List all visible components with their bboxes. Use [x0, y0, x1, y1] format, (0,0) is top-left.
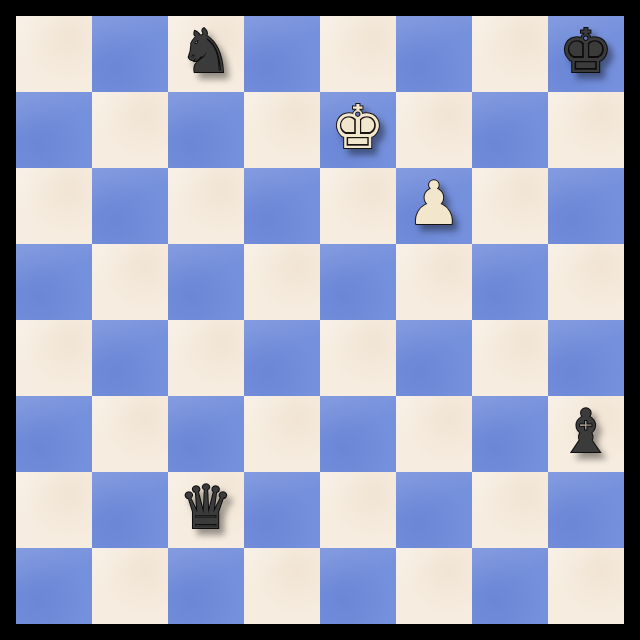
piece-black-king[interactable]: ♚: [559, 21, 613, 81]
square-d6[interactable]: [244, 168, 320, 244]
square-b1[interactable]: [92, 548, 168, 624]
square-c2[interactable]: ♛: [168, 472, 244, 548]
square-d4[interactable]: [244, 320, 320, 396]
square-g2[interactable]: [472, 472, 548, 548]
square-b6[interactable]: [92, 168, 168, 244]
chess-board: ♞♚♚♟♝♛: [16, 16, 624, 624]
square-a3[interactable]: [16, 396, 92, 472]
square-b2[interactable]: [92, 472, 168, 548]
square-h5[interactable]: [548, 244, 624, 320]
square-f6[interactable]: ♟: [396, 168, 472, 244]
square-h1[interactable]: [548, 548, 624, 624]
square-g5[interactable]: [472, 244, 548, 320]
piece-black-bishop[interactable]: ♝: [559, 401, 613, 461]
square-d1[interactable]: [244, 548, 320, 624]
square-b3[interactable]: [92, 396, 168, 472]
square-a1[interactable]: [16, 548, 92, 624]
square-f2[interactable]: [396, 472, 472, 548]
piece-black-queen[interactable]: ♛: [179, 477, 233, 537]
square-h4[interactable]: [548, 320, 624, 396]
square-e5[interactable]: [320, 244, 396, 320]
square-h8[interactable]: ♚: [548, 16, 624, 92]
square-h2[interactable]: [548, 472, 624, 548]
square-e6[interactable]: [320, 168, 396, 244]
square-g4[interactable]: [472, 320, 548, 396]
square-e4[interactable]: [320, 320, 396, 396]
square-g1[interactable]: [472, 548, 548, 624]
square-g3[interactable]: [472, 396, 548, 472]
square-a4[interactable]: [16, 320, 92, 396]
square-a5[interactable]: [16, 244, 92, 320]
board-frame: ♞♚♚♟♝♛: [0, 0, 640, 640]
square-e3[interactable]: [320, 396, 396, 472]
square-c4[interactable]: [168, 320, 244, 396]
square-d5[interactable]: [244, 244, 320, 320]
square-b5[interactable]: [92, 244, 168, 320]
square-e2[interactable]: [320, 472, 396, 548]
square-e1[interactable]: [320, 548, 396, 624]
piece-white-pawn[interactable]: ♟: [407, 173, 461, 233]
square-e8[interactable]: [320, 16, 396, 92]
square-h6[interactable]: [548, 168, 624, 244]
square-f5[interactable]: [396, 244, 472, 320]
square-e7[interactable]: ♚: [320, 92, 396, 168]
square-c5[interactable]: [168, 244, 244, 320]
square-b7[interactable]: [92, 92, 168, 168]
square-c1[interactable]: [168, 548, 244, 624]
square-d3[interactable]: [244, 396, 320, 472]
square-a6[interactable]: [16, 168, 92, 244]
square-g6[interactable]: [472, 168, 548, 244]
square-f3[interactable]: [396, 396, 472, 472]
square-a2[interactable]: [16, 472, 92, 548]
square-a8[interactable]: [16, 16, 92, 92]
square-f4[interactable]: [396, 320, 472, 396]
square-c3[interactable]: [168, 396, 244, 472]
square-d8[interactable]: [244, 16, 320, 92]
square-d7[interactable]: [244, 92, 320, 168]
square-c8[interactable]: ♞: [168, 16, 244, 92]
square-b8[interactable]: [92, 16, 168, 92]
piece-black-knight[interactable]: ♞: [179, 21, 233, 81]
square-f8[interactable]: [396, 16, 472, 92]
square-d2[interactable]: [244, 472, 320, 548]
piece-white-king[interactable]: ♚: [331, 97, 385, 157]
square-a7[interactable]: [16, 92, 92, 168]
square-h3[interactable]: ♝: [548, 396, 624, 472]
square-c7[interactable]: [168, 92, 244, 168]
square-g8[interactable]: [472, 16, 548, 92]
square-g7[interactable]: [472, 92, 548, 168]
square-b4[interactable]: [92, 320, 168, 396]
square-f1[interactable]: [396, 548, 472, 624]
square-f7[interactable]: [396, 92, 472, 168]
square-h7[interactable]: [548, 92, 624, 168]
square-c6[interactable]: [168, 168, 244, 244]
